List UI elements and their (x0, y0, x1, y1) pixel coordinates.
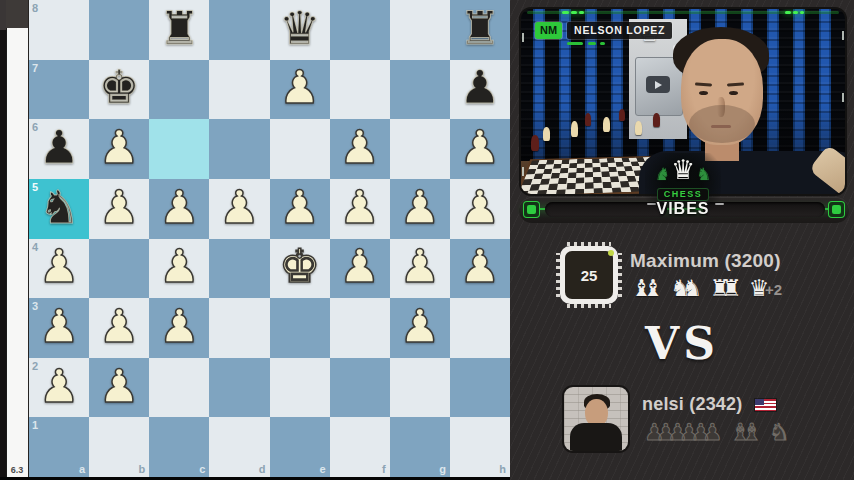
viewer-icon (829, 202, 844, 217)
square-b2[interactable]: ♟ (89, 358, 149, 418)
square-a8[interactable]: 8 (29, 0, 89, 60)
eye (699, 91, 708, 95)
white-pawn: ♟ (399, 184, 440, 230)
square-a6[interactable]: 6♟ (29, 119, 89, 179)
square-b3[interactable]: ♟ (89, 298, 149, 358)
square-c6[interactable] (149, 119, 209, 179)
captured-rook-x2: ♜♜ (710, 275, 742, 301)
top-player-rating: (3200) (725, 250, 781, 271)
physical-piece (571, 121, 578, 137)
chess-vibes-logo: ♞ ♛ ♞ CHESS VIBES (645, 153, 721, 217)
square-h3[interactable] (450, 298, 510, 358)
square-g3[interactable]: ♟ (390, 298, 450, 358)
square-c3[interactable]: ♟ (149, 298, 209, 358)
square-e5[interactable]: ♟ (270, 179, 330, 239)
knight-icon: ♞ (696, 166, 711, 183)
badge-underline (600, 42, 605, 45)
square-g6[interactable] (390, 119, 450, 179)
file-label-d: d (259, 464, 266, 475)
physical-piece (585, 113, 591, 126)
bottom-player-username: nelsi (642, 394, 684, 414)
white-king: ♚ (279, 243, 320, 289)
white-pawn: ♟ (279, 64, 320, 110)
youtube-play-icon (646, 76, 670, 93)
rank-label-8: 8 (32, 3, 38, 14)
timer-glyph (527, 205, 536, 214)
physical-piece (619, 109, 625, 121)
square-d4[interactable] (209, 239, 269, 299)
vs-label: VS (510, 318, 854, 369)
timer-icon (524, 202, 539, 217)
square-d7[interactable] (209, 60, 269, 120)
streamer-name-badge: NELSON LOPEZ (567, 22, 672, 39)
square-f1[interactable]: f (330, 417, 390, 477)
square-f7[interactable] (330, 60, 390, 120)
square-g2[interactable] (390, 358, 450, 418)
evaluation-bar: 6.3 (6, 0, 28, 477)
bottom-player-avatar (564, 387, 628, 451)
square-h1[interactable]: h (450, 417, 510, 477)
white-pawn: ♟ (38, 303, 79, 349)
square-d2[interactable] (209, 358, 269, 418)
white-pawn: ♟ (459, 243, 500, 289)
chip-pins (618, 253, 622, 297)
white-pawn: ♟ (399, 303, 440, 349)
black-pawn: ♟ (459, 64, 500, 110)
captured-knight-x1: ♞ (769, 419, 790, 445)
chip-status-dot (608, 250, 614, 256)
black-knight: ♞ (38, 184, 79, 230)
square-c4[interactable]: ♟ (149, 239, 209, 299)
eyebrow (727, 82, 744, 86)
file-label-e: e (320, 464, 326, 475)
white-pawn: ♟ (399, 243, 440, 289)
captured-bishop-x2: ♝♝ (631, 275, 663, 301)
square-h5[interactable]: ♟ (450, 179, 510, 239)
square-d6[interactable] (209, 119, 269, 179)
logo-text-chess: CHESS (658, 189, 709, 200)
white-pawn: ♟ (99, 363, 140, 409)
square-c7[interactable] (149, 60, 209, 120)
rank-label-6: 6 (32, 122, 38, 133)
square-a1[interactable]: 1a (29, 417, 89, 477)
square-a7[interactable]: 7 (29, 60, 89, 120)
engine-avatar-label: 25 (565, 251, 613, 299)
square-h8[interactable]: ♜ (450, 0, 510, 60)
square-e3[interactable] (270, 298, 330, 358)
bottom-player-name: nelsi (2342) (642, 394, 776, 415)
square-d1[interactable]: d (209, 417, 269, 477)
material-advantage: +2 (765, 281, 782, 298)
led-light (800, 11, 804, 14)
square-b8[interactable] (89, 0, 149, 60)
square-g5[interactable]: ♟ (390, 179, 450, 239)
top-player-name: Maximum (3200) (630, 250, 781, 272)
square-g8[interactable] (390, 0, 450, 60)
eyebrow (695, 82, 712, 86)
stubble-shadow (689, 105, 755, 143)
physical-piece (543, 127, 550, 141)
rank-label-4: 4 (32, 242, 38, 253)
file-label-a: a (79, 464, 85, 475)
viewer-glyph (832, 205, 841, 214)
file-label-h: h (499, 464, 506, 475)
physical-piece (653, 113, 660, 127)
square-h6[interactable]: ♟ (450, 119, 510, 179)
square-b6[interactable]: ♟ (89, 119, 149, 179)
square-b1[interactable]: b (89, 417, 149, 477)
physical-piece (603, 117, 610, 132)
captured-knight-x2: ♞♞ (670, 275, 702, 301)
rank-label-1: 1 (32, 420, 38, 431)
square-a2[interactable]: 2♟ (29, 358, 89, 418)
black-king: ♚ (99, 64, 140, 110)
square-f4[interactable]: ♟ (330, 239, 390, 299)
logo-pieces: ♞ ♛ ♞ (645, 153, 721, 183)
white-pawn: ♟ (38, 243, 79, 289)
badge-underline (588, 42, 596, 45)
black-rook: ♜ (159, 5, 200, 51)
us-flag-icon (755, 399, 776, 411)
white-pawn: ♟ (339, 124, 380, 170)
square-f5[interactable]: ♟ (330, 179, 390, 239)
white-pawn: ♟ (339, 184, 380, 230)
frame-tick (842, 93, 844, 102)
frame-tick (842, 31, 844, 40)
black-queen: ♛ (279, 5, 320, 51)
bottom-player-rating: (2342) (689, 394, 742, 414)
led-light (579, 11, 584, 14)
white-pawn: ♟ (459, 184, 500, 230)
rank-label-5: 5 (32, 182, 38, 193)
white-pawn: ♟ (159, 243, 200, 289)
queen-icon: ♛ (671, 156, 695, 183)
frame-tick (522, 33, 524, 42)
white-pawn: ♟ (339, 243, 380, 289)
file-label-f: f (382, 464, 386, 475)
evaluation-score: 6.3 (6, 465, 28, 475)
black-pawn: ♟ (38, 124, 79, 170)
chess-board: 8♜♛♜7♚♟♟6♟♟♟♟5♞♟♟♟♟♟♟♟4♟♟♚♟♟♟3♟♟♟♟2♟♟1ab… (29, 0, 510, 477)
square-f8[interactable] (330, 0, 390, 60)
square-a5[interactable]: 5♞ (29, 179, 89, 239)
square-c5[interactable]: ♟ (149, 179, 209, 239)
white-pawn: ♟ (219, 184, 260, 230)
square-c2[interactable] (149, 358, 209, 418)
streamer-face (681, 39, 763, 145)
white-pawn: ♟ (38, 363, 79, 409)
chip-pins (556, 253, 560, 297)
white-pawn: ♟ (99, 303, 140, 349)
physical-piece (635, 121, 642, 135)
square-c1[interactable]: c (149, 417, 209, 477)
square-g4[interactable]: ♟ (390, 239, 450, 299)
led-light (562, 11, 569, 14)
engine-avatar: 25 (560, 246, 618, 304)
stream-frame: 6.3 8♜♛♜7♚♟♟6♟♟♟♟5♞♟♟♟♟♟♟♟4♟♟♚♟♟♟3♟♟♟♟2♟… (0, 0, 854, 480)
square-h2[interactable] (450, 358, 510, 418)
file-label-c: c (199, 464, 205, 475)
physical-piece (531, 135, 539, 151)
white-pawn: ♟ (99, 124, 140, 170)
square-d8[interactable] (209, 0, 269, 60)
square-a3[interactable]: 3♟ (29, 298, 89, 358)
captured-pawn-x6: ♟♟♟♟♟♟ (644, 419, 723, 445)
led-light (785, 11, 791, 14)
square-e2[interactable] (270, 358, 330, 418)
chip-pins (567, 304, 611, 308)
right-panel: ♚ (510, 0, 854, 480)
square-f6[interactable]: ♟ (330, 119, 390, 179)
square-f2[interactable] (330, 358, 390, 418)
led-light (793, 11, 798, 14)
file-label-g: g (439, 464, 446, 475)
square-h4[interactable]: ♟ (450, 239, 510, 299)
square-h7[interactable]: ♟ (450, 60, 510, 120)
top-player-captured-pieces: ♝♝♞♞♜♜♛ (631, 277, 776, 300)
square-b7[interactable]: ♚ (89, 60, 149, 120)
square-e8[interactable]: ♛ (270, 0, 330, 60)
nm-title-badge: NM (535, 22, 562, 39)
white-pawn: ♟ (159, 303, 200, 349)
file-label-b: b (139, 464, 146, 475)
bottom-player-captured-pieces: ♟♟♟♟♟♟♝♝♞ (644, 421, 797, 444)
square-g1[interactable]: g (390, 417, 450, 477)
eye (729, 91, 738, 95)
rank-label-7: 7 (32, 63, 38, 74)
chip-pins (567, 242, 611, 246)
square-b5[interactable]: ♟ (89, 179, 149, 239)
knight-icon: ♞ (655, 166, 670, 183)
square-f3[interactable] (330, 298, 390, 358)
avatar-shirt (570, 423, 622, 451)
square-a4[interactable]: 4♟ (29, 239, 89, 299)
square-d3[interactable] (209, 298, 269, 358)
mouth (711, 125, 731, 128)
square-b4[interactable] (89, 239, 149, 299)
square-e7[interactable]: ♟ (270, 60, 330, 120)
square-e6[interactable] (270, 119, 330, 179)
top-player-username: Maximum (630, 250, 719, 271)
logo-text-vibes: VIBES (645, 201, 721, 217)
square-d5[interactable]: ♟ (209, 179, 269, 239)
square-e4[interactable]: ♚ (270, 239, 330, 299)
evaluation-bar-black-section (6, 0, 28, 28)
frame-tick (522, 167, 524, 176)
white-pawn: ♟ (459, 124, 500, 170)
black-rook: ♜ (459, 5, 500, 51)
white-pawn: ♟ (159, 184, 200, 230)
rank-label-2: 2 (32, 361, 38, 372)
white-pawn: ♟ (279, 184, 320, 230)
led-light (571, 11, 577, 14)
badge-underline (567, 42, 583, 45)
white-pawn: ♟ (99, 184, 140, 230)
rank-label-3: 3 (32, 301, 38, 312)
square-g7[interactable] (390, 60, 450, 120)
captured-bishop-x2: ♝♝ (730, 419, 762, 445)
square-e1[interactable]: e (270, 417, 330, 477)
square-c8[interactable]: ♜ (149, 0, 209, 60)
